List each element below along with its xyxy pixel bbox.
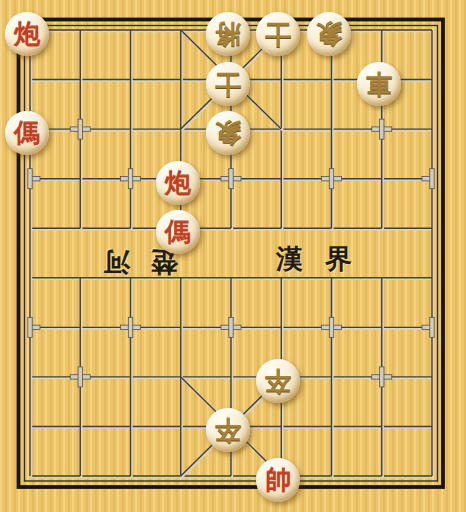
piece-glyph: 傌 (165, 219, 191, 245)
piece-glyph: 炮 (14, 21, 40, 47)
black-advisor[interactable]: 士 (206, 62, 250, 106)
piece-glyph: 象 (215, 120, 241, 146)
black-general[interactable]: 將 (206, 12, 250, 56)
piece-glyph: 卒 (265, 368, 291, 394)
piece-glyph: 將 (215, 21, 241, 47)
red-cannon[interactable]: 炮 (156, 161, 200, 205)
piece-glyph: 士 (215, 71, 241, 97)
black-elephant[interactable]: 象 (307, 12, 351, 56)
red-horse[interactable]: 傌 (5, 111, 49, 155)
piece-glyph: 傌 (14, 120, 40, 146)
piece-glyph: 象 (316, 21, 342, 47)
piece-glyph: 炮 (165, 170, 191, 196)
piece-glyph: 車 (366, 71, 392, 97)
red-cannon[interactable]: 炮 (5, 12, 49, 56)
black-soldier[interactable]: 卒 (256, 359, 300, 403)
black-advisor[interactable]: 士 (256, 12, 300, 56)
red-horse[interactable]: 傌 (156, 210, 200, 254)
red-general[interactable]: 帥 (256, 458, 300, 502)
piece-glyph: 卒 (215, 417, 241, 443)
piece-glyph: 帥 (265, 467, 291, 493)
piece-glyph: 士 (265, 21, 291, 47)
black-chariot[interactable]: 車 (357, 62, 401, 106)
xiangqi-board: 楚河 漢界 炮將士象士車傌象炮傌卒卒帥 (0, 0, 466, 512)
black-elephant[interactable]: 象 (206, 111, 250, 155)
